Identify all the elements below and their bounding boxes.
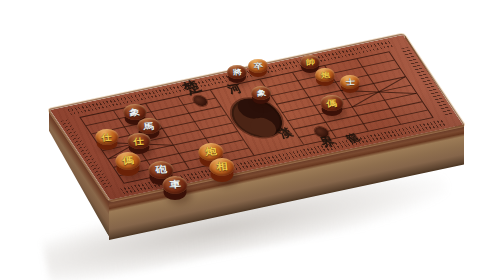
river-motif-龍: 龍 [344,132,361,144]
piece-馬[interactable]: 馬 [138,118,161,134]
piece-車[interactable]: 車 [163,176,188,194]
piece-glyph: 象 [129,107,140,116]
piece-卒[interactable]: 卒 [248,59,268,73]
piece-glyph: 仕 [101,132,112,141]
piece-glyph: 相 [216,162,228,172]
piece-炮[interactable]: 炮 [315,68,335,82]
piece-glyph: 砲 [155,165,167,175]
piece-傌[interactable]: 傌 [321,95,344,111]
piece-glyph: 象 [256,89,266,97]
piece-士[interactable]: 士 [340,75,360,89]
piece-象[interactable]: 象 [124,104,147,120]
piece-glyph: 將 [232,68,242,76]
piece-glyph: 炮 [320,71,330,79]
piece-glyph: 炮 [205,147,217,157]
piece-glyph: 傌 [122,156,134,166]
product-photo-scene: 楚河漢界龍 象馬仕仕傌砲車炮相將卒象帥炮士傌 [0,0,500,280]
piece-glyph: 士 [345,78,355,86]
piece-仕[interactable]: 仕 [128,133,151,149]
piece-glyph: 仕 [133,136,144,145]
piece-傌[interactable]: 傌 [116,152,141,170]
piece-將[interactable]: 將 [227,65,247,79]
piece-glyph: 帥 [305,58,315,66]
piece-glyph: 卒 [253,62,263,70]
piece-glyph: 馬 [143,121,154,130]
piece-glyph: 車 [169,180,181,190]
piece-象[interactable]: 象 [251,86,271,100]
piece-帥[interactable]: 帥 [300,55,320,69]
piece-仕[interactable]: 仕 [96,129,119,145]
piece-glyph: 傌 [326,98,337,107]
piece-相[interactable]: 相 [210,158,235,176]
